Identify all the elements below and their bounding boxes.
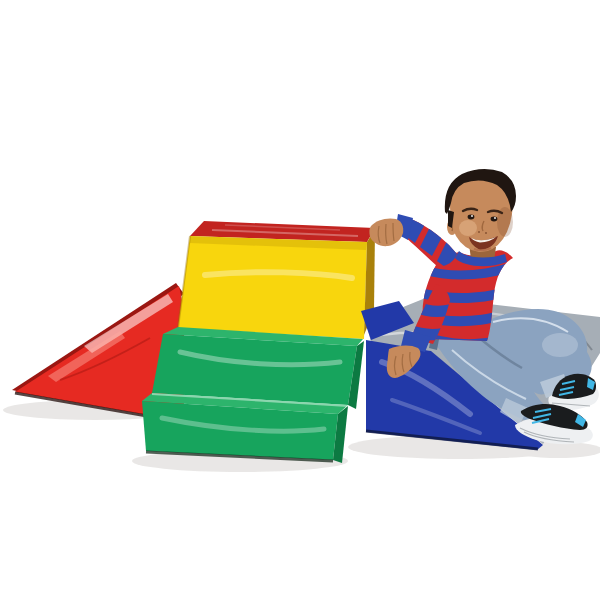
yellow-block-front-face [178,236,367,339]
jeans-knee-highlight [542,333,578,357]
yellow-block [178,221,375,339]
eye-left [468,215,475,220]
photo-canvas [0,0,600,600]
scene-product-photo [0,0,600,600]
green-step-upper-front [152,334,357,405]
eye-glint [471,215,473,217]
green-steps [142,327,364,463]
eye-right [491,217,498,222]
eye-glint [494,217,496,219]
cheek-highlight [459,220,477,236]
nostril [485,232,487,234]
nostril [478,231,480,233]
